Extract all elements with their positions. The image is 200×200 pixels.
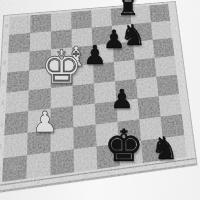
board-square <box>74 146 98 172</box>
rank-label: 5 <box>0 73 7 94</box>
board-square <box>156 75 179 97</box>
rank-label: 8 <box>3 17 10 35</box>
file-label: a <box>1 180 26 193</box>
file-label: b <box>26 177 50 190</box>
chess-piece-black-king: ♚ <box>104 124 144 168</box>
file-label: d <box>74 170 98 182</box>
board-square <box>51 12 72 31</box>
board-square <box>7 51 29 72</box>
board-square <box>50 149 74 175</box>
board-square <box>9 15 31 35</box>
board-square <box>151 21 172 40</box>
board-square <box>73 104 96 128</box>
chess-piece-black-knight: ♞ <box>113 21 153 50</box>
board-square <box>73 124 96 149</box>
rank-label: 7 <box>2 35 9 54</box>
chess-piece-black-knight: ♞ <box>145 133 185 164</box>
board-square <box>8 33 30 53</box>
board-square <box>155 56 177 77</box>
chess-piece-black-rook: ♜ <box>108 0 148 19</box>
chessboard-photo: ✣ 87654321abcdefgh ♜♝♟♟♞♚♟♟♚♞ <box>0 0 200 200</box>
chess-piece-black-pawn: ♟ <box>102 86 142 112</box>
board-corner-ornament: ✣ <box>7 159 22 176</box>
chess-piece-white-pawn: ♟ <box>25 108 65 137</box>
board-square <box>6 70 29 92</box>
chess-piece-white-king: ♚ <box>41 44 81 90</box>
rank-label: 6 <box>1 53 8 73</box>
file-label: c <box>50 173 74 185</box>
board-square <box>153 38 175 58</box>
board-square <box>159 94 182 117</box>
board-square <box>30 14 51 33</box>
board-square <box>114 60 136 81</box>
board-square <box>26 152 50 179</box>
board-square <box>71 10 92 29</box>
board-square <box>3 133 27 159</box>
board-square <box>134 58 156 79</box>
board-square <box>149 4 170 22</box>
rank-label: 4 <box>0 93 6 115</box>
